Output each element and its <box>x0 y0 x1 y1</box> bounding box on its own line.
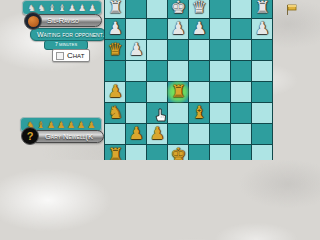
square-r3c7[interactable] <box>252 61 272 81</box>
square-r5c7[interactable] <box>252 103 272 123</box>
square-r7c6[interactable] <box>231 145 251 160</box>
square-r5c5[interactable] <box>210 103 230 123</box>
square-r6c6[interactable] <box>231 124 251 144</box>
square-r0c4[interactable]: ♛ <box>189 0 209 18</box>
player-avatar-top <box>24 12 42 30</box>
square-r1c7[interactable]: ♟ <box>252 19 272 39</box>
question-mark-icon: ? <box>27 128 34 144</box>
square-r0c6[interactable] <box>231 0 251 18</box>
square-r1c6[interactable] <box>231 19 251 39</box>
square-r6c1[interactable]: ♟ <box>126 124 146 144</box>
square-r0c3[interactable]: ♚ <box>168 0 188 18</box>
hand-cursor-icon <box>153 108 169 124</box>
square-r2c0[interactable]: ♛ <box>105 40 125 60</box>
captured-gold-piece: ♟ <box>67 119 75 131</box>
square-r4c0[interactable]: ♟ <box>105 82 125 102</box>
captured-gold-piece: ♟ <box>47 119 55 131</box>
square-r3c4[interactable] <box>189 61 209 81</box>
gold-king[interactable]: ♚ <box>168 145 188 160</box>
gold-queen[interactable]: ♛ <box>105 40 125 60</box>
chat-checkbox[interactable] <box>56 52 64 60</box>
square-r2c3[interactable] <box>168 40 188 60</box>
gold-rook[interactable]: ♜ <box>168 82 188 102</box>
silver-pawn[interactable]: ♟ <box>189 19 209 39</box>
square-r5c0[interactable]: ♞ <box>105 103 125 123</box>
square-r7c1[interactable] <box>126 145 146 160</box>
square-r4c1[interactable] <box>126 82 146 102</box>
square-r3c2[interactable] <box>147 61 167 81</box>
square-r5c1[interactable] <box>126 103 146 123</box>
square-r2c6[interactable] <box>231 40 251 60</box>
silver-pawn[interactable]: ♟ <box>105 19 125 39</box>
square-r7c0[interactable]: ♜ <box>105 145 125 160</box>
gold-pawn[interactable]: ♟ <box>147 124 167 144</box>
square-r4c7[interactable] <box>252 82 272 102</box>
square-r3c5[interactable] <box>210 61 230 81</box>
square-r6c2[interactable]: ♟ <box>147 124 167 144</box>
square-r5c3[interactable] <box>168 103 188 123</box>
square-r4c5[interactable] <box>210 82 230 102</box>
square-r5c4[interactable]: ♝ <box>189 103 209 123</box>
square-r6c5[interactable] <box>210 124 230 144</box>
square-r3c1[interactable] <box>126 61 146 81</box>
captured-silver-piece: ♞ <box>38 2 46 14</box>
square-r4c4[interactable] <box>189 82 209 102</box>
square-r6c0[interactable] <box>105 124 125 144</box>
square-r1c4[interactable]: ♟ <box>189 19 209 39</box>
captured-gold-piece: ♟ <box>87 119 95 131</box>
silver-queen[interactable]: ♛ <box>189 0 209 18</box>
square-r3c6[interactable] <box>231 61 251 81</box>
chess-board[interactable]: ♜♚♛♜♟♟♟♟♛♟♟♜♞♝♟♟♜♚ <box>104 0 273 160</box>
square-r1c3[interactable]: ♟ <box>168 19 188 39</box>
captured-gold-piece: ♟ <box>57 119 65 131</box>
square-r0c5[interactable] <box>210 0 230 18</box>
silver-rook[interactable]: ♜ <box>105 0 125 18</box>
gold-rook[interactable]: ♜ <box>105 145 125 160</box>
player-nameplate-bottom: Gary Newell(K <box>28 130 104 143</box>
square-r3c0[interactable] <box>105 61 125 81</box>
square-r0c1[interactable] <box>126 0 146 18</box>
square-r2c2[interactable] <box>147 40 167 60</box>
square-r6c3[interactable] <box>168 124 188 144</box>
square-r7c7[interactable] <box>252 145 272 160</box>
captured-silver-piece: ♟ <box>68 2 76 14</box>
square-r6c4[interactable] <box>189 124 209 144</box>
square-r0c7[interactable]: ♜ <box>252 0 272 18</box>
flag-icon[interactable] <box>284 2 298 14</box>
captured-gold-piece: ♟ <box>77 119 85 131</box>
gold-bishop[interactable]: ♝ <box>189 103 209 123</box>
square-r0c0[interactable]: ♜ <box>105 0 125 18</box>
silver-pawn[interactable]: ♟ <box>252 19 272 39</box>
square-r2c4[interactable] <box>189 40 209 60</box>
square-r2c1[interactable]: ♟ <box>126 40 146 60</box>
ball-avatar-icon <box>28 16 39 27</box>
gold-pawn[interactable]: ♟ <box>126 124 146 144</box>
silver-pawn[interactable]: ♟ <box>168 19 188 39</box>
captured-silver-piece: ♟ <box>78 2 86 14</box>
captured-silver-piece: ♟ <box>88 2 96 14</box>
square-r4c6[interactable] <box>231 82 251 102</box>
chat-label: Chat <box>67 50 84 61</box>
square-r4c2[interactable] <box>147 82 167 102</box>
captured-silver-piece: ♝ <box>48 2 56 14</box>
square-r5c6[interactable] <box>231 103 251 123</box>
square-r2c5[interactable] <box>210 40 230 60</box>
square-r1c0[interactable]: ♟ <box>105 19 125 39</box>
square-r7c3[interactable]: ♚ <box>168 145 188 160</box>
square-r6c7[interactable] <box>252 124 272 144</box>
square-r1c2[interactable] <box>147 19 167 39</box>
square-r7c2[interactable] <box>147 145 167 160</box>
silver-king[interactable]: ♚ <box>168 0 188 18</box>
square-r4c3[interactable]: ♜ <box>168 82 188 102</box>
silver-pawn[interactable]: ♟ <box>126 40 146 60</box>
silver-rook[interactable]: ♜ <box>252 0 272 18</box>
gold-knight[interactable]: ♞ <box>105 103 125 123</box>
player-avatar-bottom: ? <box>21 127 39 145</box>
square-r1c5[interactable] <box>210 19 230 39</box>
square-r1c1[interactable] <box>126 19 146 39</box>
square-r0c2[interactable] <box>147 0 167 18</box>
square-r7c4[interactable] <box>189 145 209 160</box>
captured-silver-piece: ♝ <box>58 2 66 14</box>
gold-pawn[interactable]: ♟ <box>105 82 125 102</box>
square-r3c3[interactable] <box>168 61 188 81</box>
captured-gold-piece: ♝ <box>37 119 45 131</box>
square-r7c5[interactable] <box>210 145 230 160</box>
square-r2c7[interactable] <box>252 40 272 60</box>
chat-toggle[interactable]: Chat <box>52 49 90 62</box>
